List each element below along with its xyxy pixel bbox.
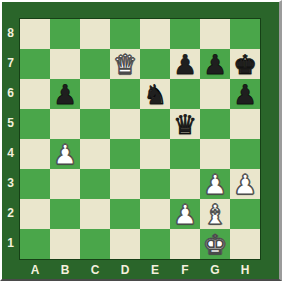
square-c6[interactable] [80,79,110,109]
square-f7[interactable]: ♟ [170,49,200,79]
rank-label-8: 8 [2,18,19,48]
square-e2[interactable] [140,199,170,229]
file-label-d: D [110,261,140,279]
square-g6[interactable] [200,79,230,109]
square-c4[interactable] [80,139,110,169]
square-b4[interactable]: ♟ [50,139,80,169]
square-g5[interactable] [200,109,230,139]
square-e3[interactable] [140,169,170,199]
square-h3[interactable]: ♟ [230,169,260,199]
white-pawn-piece[interactable]: ♟ [53,141,77,168]
square-d5[interactable] [110,109,140,139]
square-b2[interactable] [50,199,80,229]
square-e1[interactable] [140,229,170,259]
rank-label-5: 5 [2,108,19,138]
file-labels: ABCDEFGH [19,261,260,279]
square-a7[interactable] [20,49,50,79]
square-g8[interactable] [200,19,230,49]
white-pawn-piece[interactable]: ♟ [203,171,227,198]
square-d8[interactable] [110,19,140,49]
square-h4[interactable] [230,139,260,169]
file-label-f: F [170,261,200,279]
square-d4[interactable] [110,139,140,169]
square-b1[interactable] [50,229,80,259]
square-f8[interactable] [170,19,200,49]
square-b5[interactable] [50,109,80,139]
square-a3[interactable] [20,169,50,199]
square-e7[interactable] [140,49,170,79]
black-pawn-piece[interactable]: ♟ [53,81,77,108]
square-d6[interactable] [110,79,140,109]
white-pawn-piece[interactable]: ♟ [233,171,257,198]
rank-label-3: 3 [2,168,19,198]
square-c1[interactable] [80,229,110,259]
square-c3[interactable] [80,169,110,199]
square-h8[interactable] [230,19,260,49]
square-f1[interactable] [170,229,200,259]
square-h1[interactable] [230,229,260,259]
square-e5[interactable] [140,109,170,139]
square-d2[interactable] [110,199,140,229]
square-c8[interactable] [80,19,110,49]
square-h2[interactable] [230,199,260,229]
square-g3[interactable]: ♟ [200,169,230,199]
square-e4[interactable] [140,139,170,169]
file-label-b: B [50,261,80,279]
white-queen-piece[interactable]: ♛ [113,51,137,78]
black-knight-piece[interactable]: ♞ [143,81,167,108]
square-g1[interactable]: ♚ [200,229,230,259]
square-a4[interactable] [20,139,50,169]
file-label-h: H [230,261,260,279]
square-a8[interactable] [20,19,50,49]
square-f2[interactable]: ♟ [170,199,200,229]
square-c7[interactable] [80,49,110,79]
square-d1[interactable] [110,229,140,259]
square-e8[interactable] [140,19,170,49]
square-c5[interactable] [80,109,110,139]
black-pawn-piece[interactable]: ♟ [173,51,197,78]
square-b7[interactable] [50,49,80,79]
file-label-a: A [20,261,50,279]
square-d7[interactable]: ♛ [110,49,140,79]
square-b6[interactable]: ♟ [50,79,80,109]
square-h6[interactable]: ♟ [230,79,260,109]
white-pawn-piece[interactable]: ♟ [173,201,197,228]
square-f5[interactable]: ♛ [170,109,200,139]
rank-label-1: 1 [2,228,19,258]
file-label-g: G [200,261,230,279]
square-g4[interactable] [200,139,230,169]
square-f6[interactable] [170,79,200,109]
rank-label-2: 2 [2,198,19,228]
square-h5[interactable] [230,109,260,139]
square-a5[interactable] [20,109,50,139]
chess-board-window: 87654321 ♛♟♟♚♟♞♟♛♟♟♟♟♝♚ ABCDEFGH [0,0,282,281]
square-d3[interactable] [110,169,140,199]
rank-label-4: 4 [2,138,19,168]
square-a2[interactable] [20,199,50,229]
square-h7[interactable]: ♚ [230,49,260,79]
square-c2[interactable] [80,199,110,229]
white-bishop-piece[interactable]: ♝ [203,201,227,228]
square-b8[interactable] [50,19,80,49]
square-g2[interactable]: ♝ [200,199,230,229]
square-b3[interactable] [50,169,80,199]
rank-label-6: 6 [2,78,19,108]
square-f3[interactable] [170,169,200,199]
square-f4[interactable] [170,139,200,169]
file-label-e: E [140,261,170,279]
black-queen-piece[interactable]: ♛ [173,111,197,138]
black-king-piece[interactable]: ♚ [233,51,257,78]
rank-labels: 87654321 [2,18,19,258]
square-a6[interactable] [20,79,50,109]
square-e6[interactable]: ♞ [140,79,170,109]
chess-board[interactable]: ♛♟♟♚♟♞♟♛♟♟♟♟♝♚ [19,18,261,260]
file-label-c: C [80,261,110,279]
white-king-piece[interactable]: ♚ [203,231,227,258]
rank-label-7: 7 [2,48,19,78]
black-pawn-piece[interactable]: ♟ [233,81,257,108]
square-g7[interactable]: ♟ [200,49,230,79]
square-a1[interactable] [20,229,50,259]
black-pawn-piece[interactable]: ♟ [203,51,227,78]
